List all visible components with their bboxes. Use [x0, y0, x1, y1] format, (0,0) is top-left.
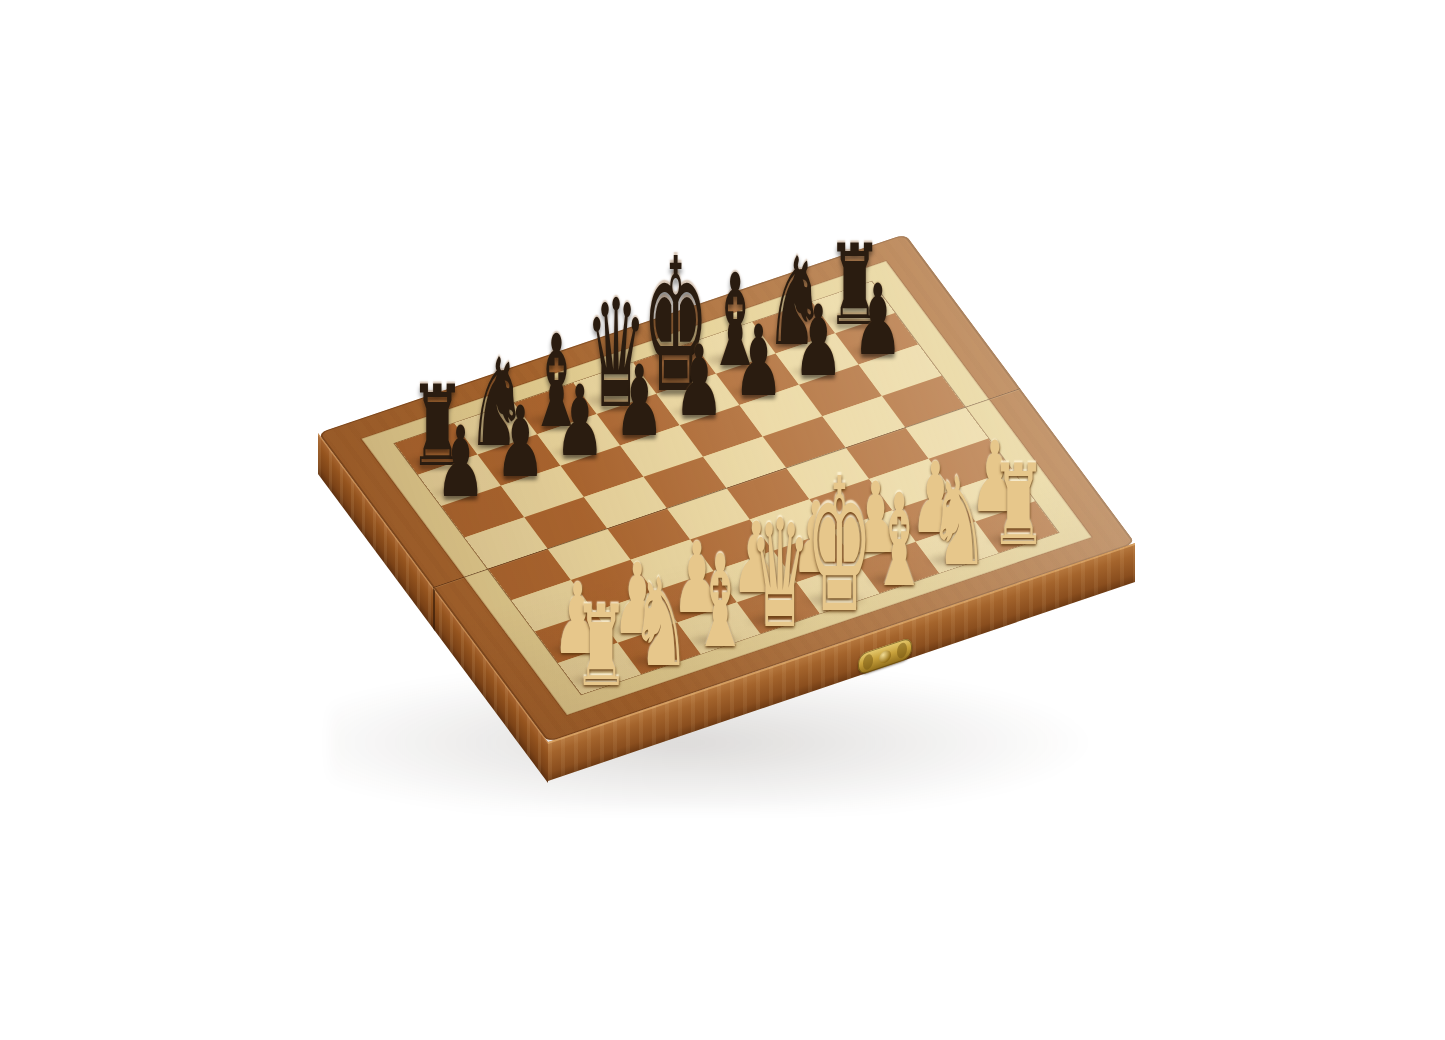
- clasp-plate-right: [897, 641, 907, 659]
- fold-seam-left-face: [433, 587, 435, 631]
- clasp-knob: [879, 648, 891, 664]
- product-photo-stage: ♜♞♝♛♚♝♞♜♟♟♟♟♟♟♟♟♟♟♟♟♟♟♟♟♜♞♝♛♚♝♞♜: [0, 0, 1445, 1040]
- clasp-plate-left: [863, 653, 873, 671]
